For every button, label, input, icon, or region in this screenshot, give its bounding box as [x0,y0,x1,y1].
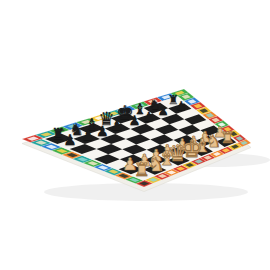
black-pawn[interactable]: ♟ [96,123,109,137]
white-rook[interactable]: ♜ [133,160,150,179]
black-pawn[interactable]: ♟ [111,119,123,133]
black-pawn[interactable]: ♟ [63,133,76,148]
white-rook[interactable]: ♜ [221,130,235,146]
product-photo: ♜♞♝♛♚♝♞♜♟♟♟♟♟♟♟♟♟♟♟♟♟♟♟♟♜♞♝♛♚♝♞♜ [0,0,270,270]
black-pawn[interactable]: ♟ [81,128,94,143]
black-pawn[interactable]: ♟ [129,114,141,127]
black-pawn[interactable]: ♟ [176,100,187,112]
black-pawn[interactable]: ♟ [158,105,169,118]
black-pawn[interactable]: ♟ [143,109,155,122]
